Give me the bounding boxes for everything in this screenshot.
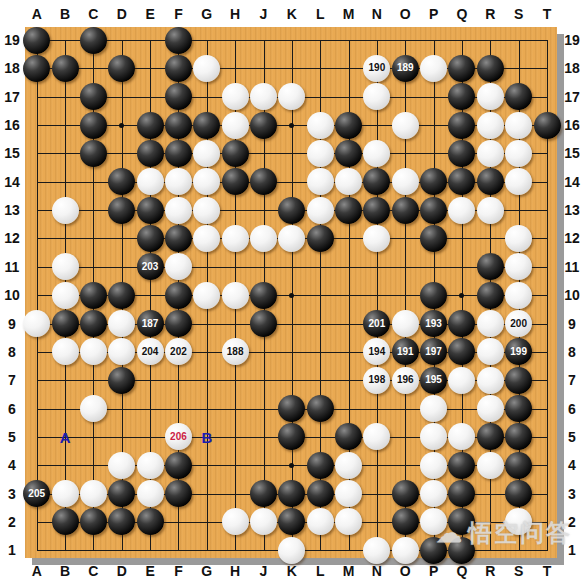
move-number-label: 204 [142, 347, 159, 357]
black-stone-S7 [505, 367, 532, 394]
white-stone-K12 [278, 225, 305, 252]
black-stone-F3 [165, 480, 192, 507]
white-stone-D8 [108, 338, 135, 365]
black-stone-M15 [335, 140, 362, 167]
black-stone-E13 [137, 197, 164, 224]
star-point [459, 293, 464, 298]
coord-label-left: 3 [8, 486, 16, 502]
black-stone-A19 [23, 27, 50, 54]
white-stone-N17 [363, 83, 390, 110]
black-stone-C10 [80, 282, 107, 309]
star-point [289, 293, 294, 298]
black-stone-Q8 [448, 338, 475, 365]
black-stone-S3 [505, 480, 532, 507]
black-stone-R5 [477, 423, 504, 450]
black-stone-F17 [165, 83, 192, 110]
coord-label-left: 19 [4, 32, 20, 48]
white-stone-S12 [505, 225, 532, 252]
coord-label-bottom: O [400, 563, 411, 579]
black-stone-D10 [108, 282, 135, 309]
white-stone-N15 [363, 140, 390, 167]
white-stone-G10 [193, 282, 220, 309]
black-stone-F9 [165, 310, 192, 337]
white-stone-N12 [363, 225, 390, 252]
black-stone-F15 [165, 140, 192, 167]
black-stone-J16 [250, 112, 277, 139]
black-stone-Q17 [448, 83, 475, 110]
coord-label-left: 4 [8, 457, 16, 473]
white-stone-Q5 [448, 423, 475, 450]
white-stone-S16 [505, 112, 532, 139]
white-stone-N8: 194 [363, 338, 390, 365]
black-stone-L4 [307, 452, 334, 479]
point-label-A: A [60, 428, 71, 445]
white-stone-H8: 188 [222, 338, 249, 365]
coord-label-left: 11 [5, 259, 20, 275]
black-stone-H14 [222, 168, 249, 195]
black-stone-A18 [23, 55, 50, 82]
white-stone-L15 [307, 140, 334, 167]
black-stone-S17 [505, 83, 532, 110]
coord-label-right: 18 [564, 60, 580, 76]
white-stone-G18 [193, 55, 220, 82]
coord-label-bottom: G [201, 563, 212, 579]
black-stone-D14 [108, 168, 135, 195]
white-stone-G13 [193, 197, 220, 224]
black-stone-L6 [307, 395, 334, 422]
black-stone-P13 [420, 197, 447, 224]
white-stone-H17 [222, 83, 249, 110]
white-stone-E14 [137, 168, 164, 195]
black-stone-E12 [137, 225, 164, 252]
black-stone-F19 [165, 27, 192, 54]
white-stone-F14 [165, 168, 192, 195]
black-stone-N13 [363, 197, 390, 224]
coord-label-bottom: J [260, 563, 268, 579]
white-stone-O9 [392, 310, 419, 337]
black-stone-H15 [222, 140, 249, 167]
white-stone-G12 [193, 225, 220, 252]
move-number-label: 198 [369, 375, 386, 385]
white-stone-F5: 206 [165, 423, 192, 450]
move-number-label: 201 [369, 319, 386, 329]
black-stone-C2 [80, 508, 107, 535]
coord-label-top: D [117, 6, 127, 22]
coord-label-bottom: S [514, 563, 523, 579]
white-stone-R4 [477, 452, 504, 479]
white-stone-Q13 [448, 197, 475, 224]
move-number-label: 203 [142, 262, 159, 272]
black-stone-P7: 195 [420, 367, 447, 394]
black-stone-K2 [278, 508, 305, 535]
coord-label-right: 4 [568, 457, 576, 473]
white-stone-M14 [335, 168, 362, 195]
black-stone-P9: 193 [420, 310, 447, 337]
coord-label-right: 9 [568, 316, 576, 332]
coord-label-bottom: H [230, 563, 240, 579]
white-stone-C6 [80, 395, 107, 422]
coord-label-right: 3 [568, 486, 576, 502]
black-stone-B9 [52, 310, 79, 337]
coord-label-left: 14 [4, 174, 20, 190]
black-stone-C15 [80, 140, 107, 167]
white-stone-J17 [250, 83, 277, 110]
coord-label-right: 11 [565, 259, 580, 275]
white-stone-B11 [52, 253, 79, 280]
black-stone-B2 [52, 508, 79, 535]
move-number-label: 189 [397, 63, 414, 73]
white-stone-M3 [335, 480, 362, 507]
black-stone-J10 [250, 282, 277, 309]
white-stone-R15 [477, 140, 504, 167]
coord-label-left: 13 [4, 202, 20, 218]
white-stone-R8 [477, 338, 504, 365]
black-stone-O18: 189 [392, 55, 419, 82]
white-stone-J2 [250, 508, 277, 535]
coord-label-right: 12 [564, 230, 580, 246]
move-number-label: 188 [227, 347, 244, 357]
move-number-label: 194 [369, 347, 386, 357]
coord-label-bottom: F [174, 563, 183, 579]
coord-label-left: 6 [8, 401, 16, 417]
black-stone-E16 [137, 112, 164, 139]
star-point [289, 463, 294, 468]
coord-label-bottom: T [543, 563, 552, 579]
white-stone-B8 [52, 338, 79, 365]
white-stone-R6 [477, 395, 504, 422]
coord-label-bottom: C [88, 563, 98, 579]
coord-label-top: Q [456, 6, 467, 22]
white-stone-B13 [52, 197, 79, 224]
black-stone-F18 [165, 55, 192, 82]
black-stone-Q3 [448, 480, 475, 507]
coord-label-top: A [32, 6, 42, 22]
coord-label-top: F [174, 6, 183, 22]
white-stone-F11 [165, 253, 192, 280]
white-stone-R13 [477, 197, 504, 224]
coord-label-left: 8 [8, 344, 16, 360]
white-stone-S11 [505, 253, 532, 280]
coord-label-right: 16 [564, 117, 580, 133]
white-stone-S14 [505, 168, 532, 195]
white-stone-O1 [392, 537, 419, 564]
black-stone-P12 [420, 225, 447, 252]
black-stone-G16 [193, 112, 220, 139]
move-number-label: 199 [510, 347, 527, 357]
black-stone-F4 [165, 452, 192, 479]
point-label-B: B [201, 428, 212, 445]
white-stone-C3 [80, 480, 107, 507]
coord-label-left: 5 [8, 429, 16, 445]
black-stone-P14 [420, 168, 447, 195]
black-stone-N9: 201 [363, 310, 390, 337]
black-stone-R11 [477, 253, 504, 280]
black-stone-K5 [278, 423, 305, 450]
black-stone-K6 [278, 395, 305, 422]
coord-label-bottom: N [372, 563, 382, 579]
coord-label-bottom: P [429, 563, 438, 579]
white-stone-S15 [505, 140, 532, 167]
black-stone-N14 [363, 168, 390, 195]
coord-label-bottom: B [60, 563, 70, 579]
black-stone-R10 [477, 282, 504, 309]
white-stone-P4 [420, 452, 447, 479]
white-stone-F13 [165, 197, 192, 224]
white-stone-N1 [363, 537, 390, 564]
coord-label-bottom: D [117, 563, 127, 579]
move-number-label: 196 [397, 375, 414, 385]
coord-label-top: R [485, 6, 495, 22]
go-diagram: 1901892031872011932002042021881941911971… [0, 0, 586, 587]
white-stone-H10 [222, 282, 249, 309]
black-stone-E11: 203 [137, 253, 164, 280]
black-stone-D2 [108, 508, 135, 535]
black-stone-F12 [165, 225, 192, 252]
move-number-label: 206 [170, 432, 187, 442]
coord-label-top: O [400, 6, 411, 22]
black-stone-F16 [165, 112, 192, 139]
coord-label-right: 19 [564, 32, 580, 48]
move-number-label: 193 [425, 319, 442, 329]
coord-label-right: 8 [568, 344, 576, 360]
black-stone-B18 [52, 55, 79, 82]
black-stone-R18 [477, 55, 504, 82]
coord-label-right: 14 [564, 174, 580, 190]
black-stone-D3 [108, 480, 135, 507]
black-stone-Q14 [448, 168, 475, 195]
coord-label-left: 15 [4, 145, 20, 161]
coord-label-top: C [88, 6, 98, 22]
black-stone-C16 [80, 112, 107, 139]
coord-label-bottom: L [316, 563, 325, 579]
white-stone-A9 [23, 310, 50, 337]
go-board: 1901892031872011932002042021881941911971… [25, 27, 557, 558]
coord-label-left: 12 [4, 230, 20, 246]
white-stone-G14 [193, 168, 220, 195]
black-stone-L12 [307, 225, 334, 252]
white-stone-S10 [505, 282, 532, 309]
white-stone-E3 [137, 480, 164, 507]
coord-label-top: K [287, 6, 297, 22]
coord-label-left: 17 [4, 89, 20, 105]
move-number-label: 187 [142, 319, 159, 329]
coord-label-left: 7 [8, 372, 16, 388]
black-stone-O3 [392, 480, 419, 507]
white-stone-P18 [420, 55, 447, 82]
black-stone-E9: 187 [137, 310, 164, 337]
black-stone-P10 [420, 282, 447, 309]
watermark-logo-icon: ☁ [436, 518, 464, 549]
coord-label-bottom: K [287, 563, 297, 579]
coord-label-top: T [543, 6, 552, 22]
coord-label-left: 1 [8, 542, 16, 558]
white-stone-P3 [420, 480, 447, 507]
white-stone-D9 [108, 310, 135, 337]
white-stone-P5 [420, 423, 447, 450]
coord-label-bottom: M [343, 563, 355, 579]
coord-label-left: 9 [8, 316, 16, 332]
black-stone-Q4 [448, 452, 475, 479]
coord-label-right: 15 [564, 145, 580, 161]
white-stone-R9 [477, 310, 504, 337]
white-stone-L16 [307, 112, 334, 139]
coord-label-right: 13 [564, 202, 580, 218]
star-point [119, 123, 124, 128]
coord-label-top: L [316, 6, 325, 22]
white-stone-B3 [52, 480, 79, 507]
coord-label-right: 17 [564, 89, 580, 105]
coord-label-top: G [201, 6, 212, 22]
coord-label-bottom: Q [456, 563, 467, 579]
black-stone-C17 [80, 83, 107, 110]
black-stone-O8: 191 [392, 338, 419, 365]
white-stone-D4 [108, 452, 135, 479]
coord-label-top: P [429, 6, 438, 22]
black-stone-S6 [505, 395, 532, 422]
black-stone-D7 [108, 367, 135, 394]
coord-label-left: 10 [4, 287, 20, 303]
white-stone-R7 [477, 367, 504, 394]
black-stone-S5 [505, 423, 532, 450]
white-stone-H2 [222, 508, 249, 535]
white-stone-C8 [80, 338, 107, 365]
move-number-label: 202 [170, 347, 187, 357]
coord-label-right: 7 [568, 372, 576, 388]
black-stone-R14 [477, 168, 504, 195]
white-stone-R16 [477, 112, 504, 139]
black-stone-O13 [392, 197, 419, 224]
star-point [289, 123, 294, 128]
white-stone-J12 [250, 225, 277, 252]
white-stone-K1 [278, 537, 305, 564]
black-stone-E2 [137, 508, 164, 535]
black-stone-O2 [392, 508, 419, 535]
white-stone-O14 [392, 168, 419, 195]
move-number-label: 205 [28, 489, 45, 499]
black-stone-P8: 197 [420, 338, 447, 365]
coord-label-right: 10 [564, 287, 580, 303]
black-stone-D13 [108, 197, 135, 224]
white-stone-N18: 190 [363, 55, 390, 82]
white-stone-N5 [363, 423, 390, 450]
white-stone-P6 [420, 395, 447, 422]
white-stone-N7: 198 [363, 367, 390, 394]
move-number-label: 195 [425, 375, 442, 385]
black-stone-A3: 205 [23, 480, 50, 507]
coord-label-left: 16 [4, 117, 20, 133]
move-number-label: 191 [397, 347, 414, 357]
black-stone-M16 [335, 112, 362, 139]
black-stone-K3 [278, 480, 305, 507]
black-stone-S8: 199 [505, 338, 532, 365]
coord-label-top: M [343, 6, 355, 22]
black-stone-J14 [250, 168, 277, 195]
black-stone-J3 [250, 480, 277, 507]
watermark: ☁ 悟空问答 [436, 517, 572, 549]
white-stone-Q7 [448, 367, 475, 394]
black-stone-D18 [108, 55, 135, 82]
white-stone-E4 [137, 452, 164, 479]
black-stone-L3 [307, 480, 334, 507]
coord-label-right: 6 [568, 401, 576, 417]
white-stone-M2 [335, 508, 362, 535]
black-stone-Q18 [448, 55, 475, 82]
black-stone-J9 [250, 310, 277, 337]
coord-label-right: 1 [568, 542, 576, 558]
white-stone-L14 [307, 168, 334, 195]
black-stone-T16 [534, 112, 561, 139]
white-stone-K17 [278, 83, 305, 110]
white-stone-F8: 202 [165, 338, 192, 365]
move-number-label: 197 [425, 347, 442, 357]
grid-line-vertical [377, 40, 378, 551]
white-stone-G15 [193, 140, 220, 167]
coord-label-top: S [514, 6, 523, 22]
white-stone-L13 [307, 197, 334, 224]
black-stone-F10 [165, 282, 192, 309]
coord-label-top: B [60, 6, 70, 22]
coord-label-right: 5 [568, 429, 576, 445]
white-stone-E8: 204 [137, 338, 164, 365]
coord-label-bottom: R [485, 563, 495, 579]
white-stone-H12 [222, 225, 249, 252]
black-stone-M13 [335, 197, 362, 224]
coord-label-left: 2 [8, 514, 16, 530]
coord-label-top: E [145, 6, 154, 22]
black-stone-Q16 [448, 112, 475, 139]
coord-label-bottom: E [145, 563, 154, 579]
move-number-label: 200 [510, 319, 527, 329]
white-stone-L2 [307, 508, 334, 535]
coord-label-left: 18 [4, 60, 20, 76]
white-stone-R17 [477, 83, 504, 110]
coord-label-top: H [230, 6, 240, 22]
white-stone-M4 [335, 452, 362, 479]
black-stone-S4 [505, 452, 532, 479]
coord-label-top: J [260, 6, 268, 22]
white-stone-O16 [392, 112, 419, 139]
white-stone-B10 [52, 282, 79, 309]
black-stone-C9 [80, 310, 107, 337]
watermark-text: 悟空问答 [468, 517, 572, 549]
black-stone-E15 [137, 140, 164, 167]
white-stone-H16 [222, 112, 249, 139]
black-stone-K13 [278, 197, 305, 224]
black-stone-M5 [335, 423, 362, 450]
white-stone-S9: 200 [505, 310, 532, 337]
coord-label-bottom: A [32, 563, 42, 579]
black-stone-C19 [80, 27, 107, 54]
coord-label-right: 2 [568, 514, 576, 530]
black-stone-Q9 [448, 310, 475, 337]
move-number-label: 190 [369, 63, 386, 73]
white-stone-O7: 196 [392, 367, 419, 394]
black-stone-Q15 [448, 140, 475, 167]
coord-label-top: N [372, 6, 382, 22]
